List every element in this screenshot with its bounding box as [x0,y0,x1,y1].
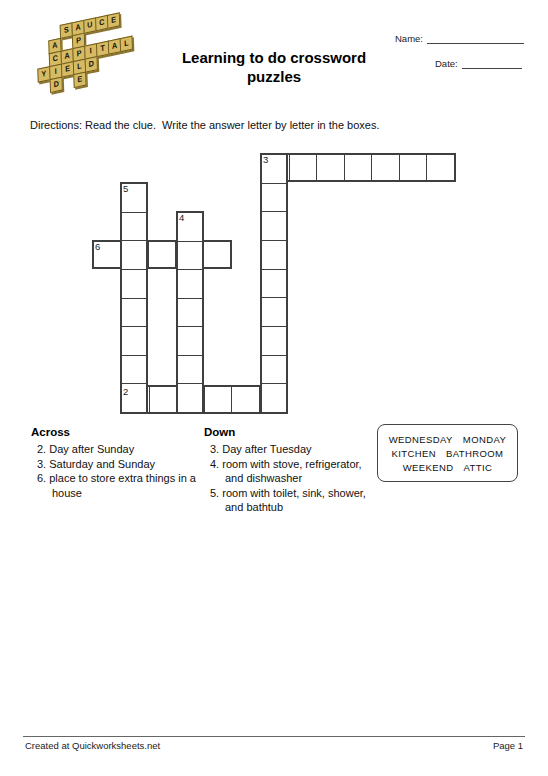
worksheet-page: SAUCEAPCAPITALYIELDDE Learning to do cro… [0,0,548,776]
grid-cell[interactable] [400,155,428,180]
grid-cell[interactable] [345,155,373,180]
word-6-across [92,240,232,269]
date-fill-line[interactable] [462,57,522,69]
footer-divider [23,736,525,737]
clue-down-5: 5. room with toilet, sink, shower, and b… [204,486,379,515]
grid-cell[interactable] [262,241,286,270]
clues-across-section: Across 2. Day after Sunday3. Saturday an… [31,426,207,500]
clue-across-3: 3. Saturday and Sunday [31,457,207,472]
grid-cell[interactable] [122,327,146,356]
grid-cell[interactable] [122,299,146,328]
grid-cell[interactable] [232,387,260,412]
date-row: Date: [435,57,522,69]
grid-cell[interactable] [262,356,286,385]
grid-clue-number: 3 [263,155,268,165]
word-bank-word: KITCHEN [392,447,437,460]
grid-cell[interactable] [262,270,286,299]
grid-cell[interactable] [290,155,318,180]
grid-cell[interactable] [317,155,345,180]
name-fill-line[interactable] [427,32,524,44]
clue-down-4: 4. room with stove, refrigerator, and di… [204,457,379,486]
grid-cell[interactable] [122,213,146,242]
grid-cell[interactable] [204,242,230,267]
clues-down-section: Down 3. Day after Tuesday4. room with st… [204,426,379,515]
word-3-across [260,153,456,182]
grid-cell[interactable] [262,212,286,241]
word-bank-line: WEDNESDAYMONDAY [378,433,517,446]
down-heading: Down [204,426,379,439]
grid-cell[interactable] [262,184,286,213]
word-bank-line: WEEKENDATTIC [378,461,517,474]
down-clue-list: 3. Day after Tuesday4. room with stove, … [204,442,379,515]
clue-across-2: 2. Day after Sunday [31,442,207,457]
footer-page-number: Page 1 [493,740,523,751]
grid-cell[interactable] [262,298,286,327]
across-heading: Across [31,426,207,439]
grid-cell[interactable] [372,155,400,180]
word-bank-word: MONDAY [463,433,506,446]
grid-cell[interactable] [178,242,202,271]
word-bank-line: KITCHENBATHROOM [378,447,517,460]
grid-cell[interactable] [178,327,202,356]
footer-created-text: Created at Quickworksheets.net [25,740,160,751]
clue-across-6: 6. place to store extra things in a hous… [31,471,207,500]
clue-down-3: 3. Day after Tuesday [204,442,379,457]
date-label: Date: [435,58,458,69]
grid-cell[interactable] [178,384,202,412]
grid-clue-number: 5 [123,184,128,194]
grid-clue-number: 2 [123,387,128,397]
word-bank-word: ATTIC [464,461,493,474]
word-bank: WEDNESDAYMONDAYKITCHENBATHROOMWEEKENDATT… [377,424,518,482]
grid-clue-number: 6 [95,242,100,252]
word-3-down [260,153,288,414]
grid-cell[interactable] [262,327,286,356]
crossword-grid: 23645 [92,153,458,416]
word-5-down [120,182,148,414]
page-title-line2: puzzles [0,67,548,86]
grid-cell[interactable] [262,384,286,412]
directions-text: Directions: Read the clue. Write the ans… [30,119,380,131]
word-bank-word: WEEKEND [403,461,454,474]
grid-cell[interactable] [178,270,202,299]
word-bank-word: WEDNESDAY [389,433,453,446]
grid-cell[interactable] [122,356,146,385]
across-clue-list: 2. Day after Sunday3. Saturday and Sunda… [31,442,207,500]
word-bank-word: BATHROOM [446,447,503,460]
grid-cell[interactable] [150,387,178,412]
grid-cell[interactable] [122,241,146,270]
word-4-down [176,211,204,414]
grid-cell[interactable] [122,270,146,299]
grid-cell[interactable] [178,299,202,328]
name-label: Name: [395,33,423,44]
grid-cell[interactable] [427,155,454,180]
logo-tile: E [107,12,120,29]
grid-cell[interactable] [149,242,176,267]
grid-cell[interactable] [178,356,202,385]
grid-clue-number: 4 [179,213,184,223]
name-row: Name: [395,32,524,44]
grid-cell[interactable] [205,387,233,412]
